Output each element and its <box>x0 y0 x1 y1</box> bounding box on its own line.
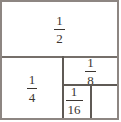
fraction-numerator: 1 <box>27 73 38 88</box>
cell-one-sixteenth: 1 16 <box>64 86 90 118</box>
cell-remainder-empty <box>92 86 117 118</box>
fraction-one-sixteenth: 1 16 <box>66 85 83 116</box>
fraction-numerator: 1 <box>69 85 80 100</box>
cell-one-quarter: 1 4 <box>2 58 62 118</box>
fraction-denominator: 16 <box>66 101 83 116</box>
divider-right-of-one-sixteenth <box>90 84 92 118</box>
divider-right-of-one-quarter <box>62 56 64 118</box>
cell-one-half: 1 2 <box>2 2 117 56</box>
divider-below-one-half <box>2 56 117 58</box>
fraction-diagram: 1 2 1 4 1 8 1 16 <box>0 0 121 122</box>
fraction-one-half: 1 2 <box>54 14 65 45</box>
fraction-one-eighth: 1 8 <box>85 56 96 87</box>
cell-one-eighth: 1 8 <box>64 58 117 84</box>
unit-square-board: 1 2 1 4 1 8 1 16 <box>0 0 119 120</box>
fraction-denominator: 2 <box>54 30 65 45</box>
fraction-one-quarter: 1 4 <box>27 73 38 104</box>
fraction-denominator: 4 <box>27 89 38 104</box>
fraction-numerator: 1 <box>54 14 65 29</box>
